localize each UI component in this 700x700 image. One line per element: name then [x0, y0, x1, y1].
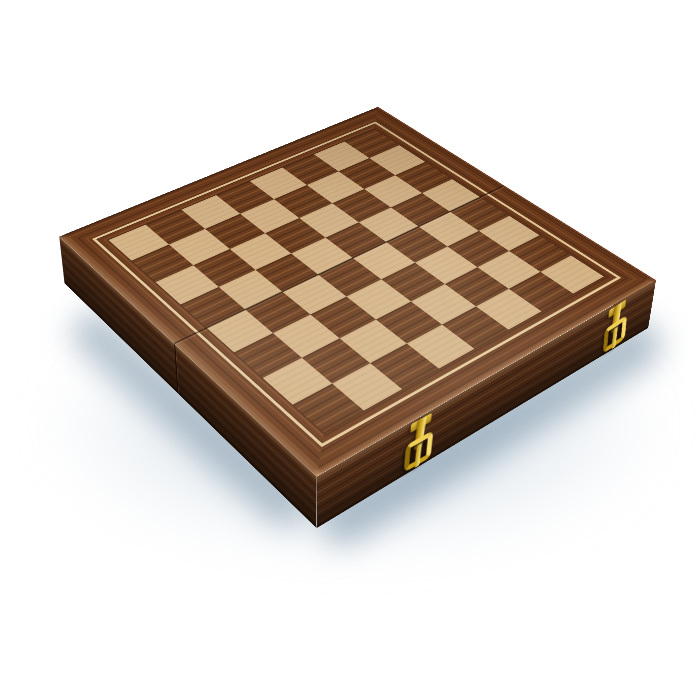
board-top-face — [59, 107, 656, 477]
fold-seam-wall — [174, 344, 178, 394]
camera-tilt — [0, 0, 700, 700]
product-photo-stage — [0, 0, 700, 700]
perspective-scene — [0, 0, 700, 700]
chess-board-case — [59, 107, 656, 477]
